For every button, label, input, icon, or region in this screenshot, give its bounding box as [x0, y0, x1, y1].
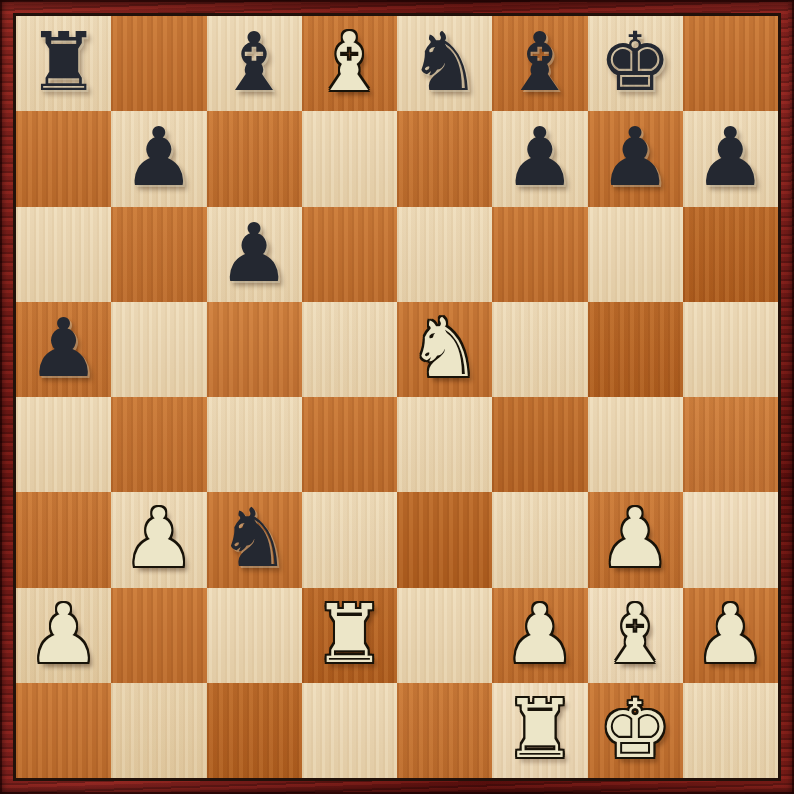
square-e4[interactable]	[397, 397, 492, 492]
square-c2[interactable]	[207, 588, 302, 683]
square-h2[interactable]: ♟	[683, 588, 778, 683]
piece-white-pawn[interactable]: ♟	[27, 594, 100, 675]
piece-black-knight[interactable]: ♞	[218, 498, 291, 579]
square-d2[interactable]: ♜	[302, 588, 397, 683]
square-f1[interactable]: ♜	[492, 683, 587, 778]
square-b5[interactable]	[111, 302, 206, 397]
square-e5[interactable]: ♞	[397, 302, 492, 397]
square-b1[interactable]	[111, 683, 206, 778]
square-f5[interactable]	[492, 302, 587, 397]
square-g8[interactable]: ♚	[588, 16, 683, 111]
square-h3[interactable]	[683, 492, 778, 587]
square-d4[interactable]	[302, 397, 397, 492]
square-c4[interactable]	[207, 397, 302, 492]
square-b7[interactable]: ♟	[111, 111, 206, 206]
square-h4[interactable]	[683, 397, 778, 492]
chess-board: ♜♝♝♞♝♚♟♟♟♟♟♟♞♟♞♟♟♜♟♝♟♜♚	[13, 13, 781, 781]
square-d1[interactable]	[302, 683, 397, 778]
square-h7[interactable]: ♟	[683, 111, 778, 206]
square-f3[interactable]	[492, 492, 587, 587]
square-h1[interactable]	[683, 683, 778, 778]
square-d6[interactable]	[302, 207, 397, 302]
board-frame: ♜♝♝♞♝♚♟♟♟♟♟♟♞♟♞♟♟♜♟♝♟♜♚	[0, 0, 794, 794]
square-g5[interactable]	[588, 302, 683, 397]
square-a1[interactable]	[16, 683, 111, 778]
square-a6[interactable]	[16, 207, 111, 302]
piece-black-pawn[interactable]: ♟	[599, 117, 672, 198]
square-g6[interactable]	[588, 207, 683, 302]
square-a5[interactable]: ♟	[16, 302, 111, 397]
piece-black-knight[interactable]: ♞	[408, 22, 481, 103]
square-c1[interactable]	[207, 683, 302, 778]
piece-black-pawn[interactable]: ♟	[694, 117, 767, 198]
square-d7[interactable]	[302, 111, 397, 206]
square-b2[interactable]	[111, 588, 206, 683]
piece-black-pawn[interactable]: ♟	[123, 117, 196, 198]
piece-white-pawn[interactable]: ♟	[694, 594, 767, 675]
square-f4[interactable]	[492, 397, 587, 492]
square-b8[interactable]	[111, 16, 206, 111]
square-g3[interactable]: ♟	[588, 492, 683, 587]
square-a8[interactable]: ♜	[16, 16, 111, 111]
square-e1[interactable]	[397, 683, 492, 778]
piece-white-king[interactable]: ♚	[599, 689, 672, 770]
piece-black-pawn[interactable]: ♟	[27, 308, 100, 389]
square-a7[interactable]	[16, 111, 111, 206]
piece-white-rook[interactable]: ♜	[313, 594, 386, 675]
piece-white-bishop[interactable]: ♝	[599, 594, 672, 675]
square-d8[interactable]: ♝	[302, 16, 397, 111]
piece-white-pawn[interactable]: ♟	[123, 498, 196, 579]
square-e3[interactable]	[397, 492, 492, 587]
square-h8[interactable]	[683, 16, 778, 111]
square-c6[interactable]: ♟	[207, 207, 302, 302]
piece-black-king[interactable]: ♚	[599, 22, 672, 103]
square-c5[interactable]	[207, 302, 302, 397]
square-b6[interactable]	[111, 207, 206, 302]
square-a2[interactable]: ♟	[16, 588, 111, 683]
square-b4[interactable]	[111, 397, 206, 492]
square-g2[interactable]: ♝	[588, 588, 683, 683]
square-c3[interactable]: ♞	[207, 492, 302, 587]
piece-white-bishop[interactable]: ♝	[313, 22, 386, 103]
piece-black-pawn[interactable]: ♟	[218, 213, 291, 294]
piece-white-pawn[interactable]: ♟	[504, 594, 577, 675]
piece-black-bishop[interactable]: ♝	[218, 22, 291, 103]
square-f2[interactable]: ♟	[492, 588, 587, 683]
square-a3[interactable]	[16, 492, 111, 587]
square-c7[interactable]	[207, 111, 302, 206]
square-d5[interactable]	[302, 302, 397, 397]
square-d3[interactable]	[302, 492, 397, 587]
square-f8[interactable]: ♝	[492, 16, 587, 111]
square-g4[interactable]	[588, 397, 683, 492]
square-e8[interactable]: ♞	[397, 16, 492, 111]
square-f6[interactable]	[492, 207, 587, 302]
square-h6[interactable]	[683, 207, 778, 302]
piece-black-pawn[interactable]: ♟	[504, 117, 577, 198]
piece-black-bishop[interactable]: ♝	[504, 22, 577, 103]
square-h5[interactable]	[683, 302, 778, 397]
piece-white-rook[interactable]: ♜	[504, 689, 577, 770]
square-g1[interactable]: ♚	[588, 683, 683, 778]
square-a4[interactable]	[16, 397, 111, 492]
square-f7[interactable]: ♟	[492, 111, 587, 206]
piece-black-rook[interactable]: ♜	[27, 22, 100, 103]
square-g7[interactable]: ♟	[588, 111, 683, 206]
square-e6[interactable]	[397, 207, 492, 302]
piece-white-pawn[interactable]: ♟	[599, 498, 672, 579]
square-e2[interactable]	[397, 588, 492, 683]
piece-white-knight[interactable]: ♞	[408, 308, 481, 389]
square-e7[interactable]	[397, 111, 492, 206]
square-c8[interactable]: ♝	[207, 16, 302, 111]
square-b3[interactable]: ♟	[111, 492, 206, 587]
